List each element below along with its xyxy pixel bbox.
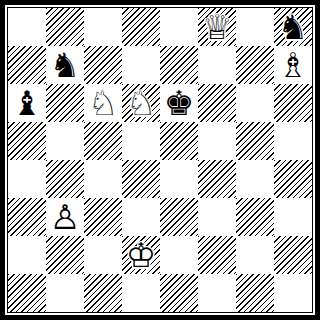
square-e2[interactable] xyxy=(160,236,198,274)
white-pawn-piece[interactable]: ♟♙ xyxy=(46,198,84,236)
square-h6[interactable] xyxy=(274,84,312,122)
white-king-piece[interactable]: ♚♔ xyxy=(122,236,160,274)
square-h3[interactable] xyxy=(274,198,312,236)
square-d7[interactable] xyxy=(122,46,160,84)
square-d5[interactable] xyxy=(122,122,160,160)
square-d6[interactable]: ♞♘ xyxy=(122,84,160,122)
square-f5[interactable] xyxy=(198,122,236,160)
square-e1[interactable] xyxy=(160,274,198,312)
square-c6[interactable]: ♞♘ xyxy=(84,84,122,122)
piece-glyph: ♗ xyxy=(274,46,312,84)
square-e6[interactable]: ♚♚ xyxy=(160,84,198,122)
square-f6[interactable] xyxy=(198,84,236,122)
black-knight-piece[interactable]: ♞♞ xyxy=(274,8,312,46)
square-a8[interactable] xyxy=(8,8,46,46)
square-h8[interactable]: ♞♞ xyxy=(274,8,312,46)
square-c4[interactable] xyxy=(84,160,122,198)
piece-glyph: ♚ xyxy=(160,84,198,122)
square-d1[interactable] xyxy=(122,274,160,312)
square-g6[interactable] xyxy=(236,84,274,122)
piece-glyph: ♔ xyxy=(122,236,160,274)
square-g2[interactable] xyxy=(236,236,274,274)
piece-glyph: ♕ xyxy=(198,8,236,46)
square-c7[interactable] xyxy=(84,46,122,84)
square-e4[interactable] xyxy=(160,160,198,198)
square-c8[interactable] xyxy=(84,8,122,46)
square-b3[interactable]: ♟♙ xyxy=(46,198,84,236)
square-a1[interactable] xyxy=(8,274,46,312)
square-a2[interactable] xyxy=(8,236,46,274)
square-a5[interactable] xyxy=(8,122,46,160)
square-b1[interactable] xyxy=(46,274,84,312)
chess-board: ♛♕♞♞♞♞♝♗♝♝♞♘♞♘♚♚♟♙♚♔ xyxy=(8,8,312,312)
square-b7[interactable]: ♞♞ xyxy=(46,46,84,84)
board-frame-gap: ♛♕♞♞♞♞♝♗♝♝♞♘♞♘♚♚♟♙♚♔ xyxy=(5,5,315,315)
piece-glyph: ♝ xyxy=(8,84,46,122)
square-b5[interactable] xyxy=(46,122,84,160)
square-b8[interactable] xyxy=(46,8,84,46)
piece-glyph: ♞ xyxy=(46,46,84,84)
square-c1[interactable] xyxy=(84,274,122,312)
square-a6[interactable]: ♝♝ xyxy=(8,84,46,122)
square-b2[interactable] xyxy=(46,236,84,274)
square-c3[interactable] xyxy=(84,198,122,236)
square-h5[interactable] xyxy=(274,122,312,160)
square-g4[interactable] xyxy=(236,160,274,198)
square-e5[interactable] xyxy=(160,122,198,160)
square-h2[interactable] xyxy=(274,236,312,274)
square-g5[interactable] xyxy=(236,122,274,160)
white-queen-piece[interactable]: ♛♕ xyxy=(198,8,236,46)
square-d2[interactable]: ♚♔ xyxy=(122,236,160,274)
square-a4[interactable] xyxy=(8,160,46,198)
piece-glyph: ♘ xyxy=(122,84,160,122)
chess-diagram: ♛♕♞♞♞♞♝♗♝♝♞♘♞♘♚♚♟♙♚♔ xyxy=(0,0,320,321)
square-g7[interactable] xyxy=(236,46,274,84)
square-g8[interactable] xyxy=(236,8,274,46)
black-bishop-piece[interactable]: ♝♝ xyxy=(8,84,46,122)
square-e8[interactable] xyxy=(160,8,198,46)
square-f3[interactable] xyxy=(198,198,236,236)
board-frame-inner: ♛♕♞♞♞♞♝♗♝♝♞♘♞♘♚♚♟♙♚♔ xyxy=(7,7,313,313)
square-d3[interactable] xyxy=(122,198,160,236)
square-b4[interactable] xyxy=(46,160,84,198)
square-h1[interactable] xyxy=(274,274,312,312)
square-f1[interactable] xyxy=(198,274,236,312)
square-e7[interactable] xyxy=(160,46,198,84)
white-knight-piece[interactable]: ♞♘ xyxy=(84,84,122,122)
square-h7[interactable]: ♝♗ xyxy=(274,46,312,84)
square-c2[interactable] xyxy=(84,236,122,274)
white-knight-piece[interactable]: ♞♘ xyxy=(122,84,160,122)
square-d4[interactable] xyxy=(122,160,160,198)
piece-glyph: ♞ xyxy=(274,8,312,46)
board-frame-outer: ♛♕♞♞♞♞♝♗♝♝♞♘♞♘♚♚♟♙♚♔ xyxy=(0,0,320,320)
square-h4[interactable] xyxy=(274,160,312,198)
square-c5[interactable] xyxy=(84,122,122,160)
square-f2[interactable] xyxy=(198,236,236,274)
square-g3[interactable] xyxy=(236,198,274,236)
black-knight-piece[interactable]: ♞♞ xyxy=(46,46,84,84)
piece-glyph: ♙ xyxy=(46,198,84,236)
white-bishop-piece[interactable]: ♝♗ xyxy=(274,46,312,84)
square-a3[interactable] xyxy=(8,198,46,236)
black-king-piece[interactable]: ♚♚ xyxy=(160,84,198,122)
square-b6[interactable] xyxy=(46,84,84,122)
square-d8[interactable] xyxy=(122,8,160,46)
square-g1[interactable] xyxy=(236,274,274,312)
square-f7[interactable] xyxy=(198,46,236,84)
square-f4[interactable] xyxy=(198,160,236,198)
square-e3[interactable] xyxy=(160,198,198,236)
square-a7[interactable] xyxy=(8,46,46,84)
square-f8[interactable]: ♛♕ xyxy=(198,8,236,46)
piece-glyph: ♘ xyxy=(84,84,122,122)
